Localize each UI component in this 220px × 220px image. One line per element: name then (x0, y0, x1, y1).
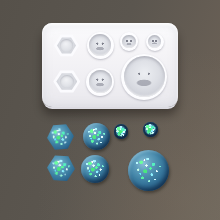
hex-cavity-top (54, 34, 79, 57)
round-cavity-medium-bottom-recess (89, 70, 112, 93)
resin-round-medium-top-glitter (83, 123, 110, 150)
round-cavity-medium-top-reflection (94, 40, 106, 51)
resin-dome-large-glitter (128, 150, 169, 191)
resin-hexagon-top (46, 123, 75, 151)
resin-round-medium-top (83, 123, 110, 150)
resin-round-small-1 (114, 124, 129, 139)
resin-round-small-2-glitter (143, 122, 159, 138)
hex-cavity-bottom-dome (60, 75, 74, 88)
resin-hexagon-top-glitter (46, 123, 75, 151)
round-cavity-small-2-recess (148, 35, 161, 48)
resin-round-small-2 (143, 122, 159, 138)
round-cavity-medium-bottom (86, 68, 114, 96)
hex-cavity-bottom-recess (56, 73, 77, 91)
silicone-mold (42, 23, 178, 107)
round-cavity-large (121, 54, 167, 100)
resin-round-small-1-glitter (114, 124, 129, 139)
round-cavity-small-1-reflection (125, 39, 133, 46)
resin-dome-large (128, 150, 169, 191)
round-cavity-medium-top-recess (89, 34, 111, 56)
round-cavity-small-2 (146, 33, 164, 51)
hex-cavity-top-recess (57, 37, 76, 54)
hex-cavity-bottom (53, 70, 80, 94)
round-cavity-small-1-recess (122, 35, 136, 49)
resin-hexagon-bottom (46, 154, 75, 182)
round-cavity-medium-top (87, 32, 114, 59)
round-cavity-small-1 (120, 32, 139, 51)
photo-background (0, 0, 220, 220)
round-cavity-medium-bottom-reflection (94, 76, 107, 88)
round-cavity-large-recess (124, 56, 165, 97)
hex-cavity-top-dome (60, 39, 73, 52)
round-cavity-large-reflection (133, 67, 156, 88)
resin-hexagon-bottom-glitter (46, 154, 75, 182)
resin-round-medium-bottom (81, 155, 109, 183)
resin-round-medium-bottom-glitter (81, 155, 109, 183)
round-cavity-small-2-reflection (151, 39, 158, 46)
